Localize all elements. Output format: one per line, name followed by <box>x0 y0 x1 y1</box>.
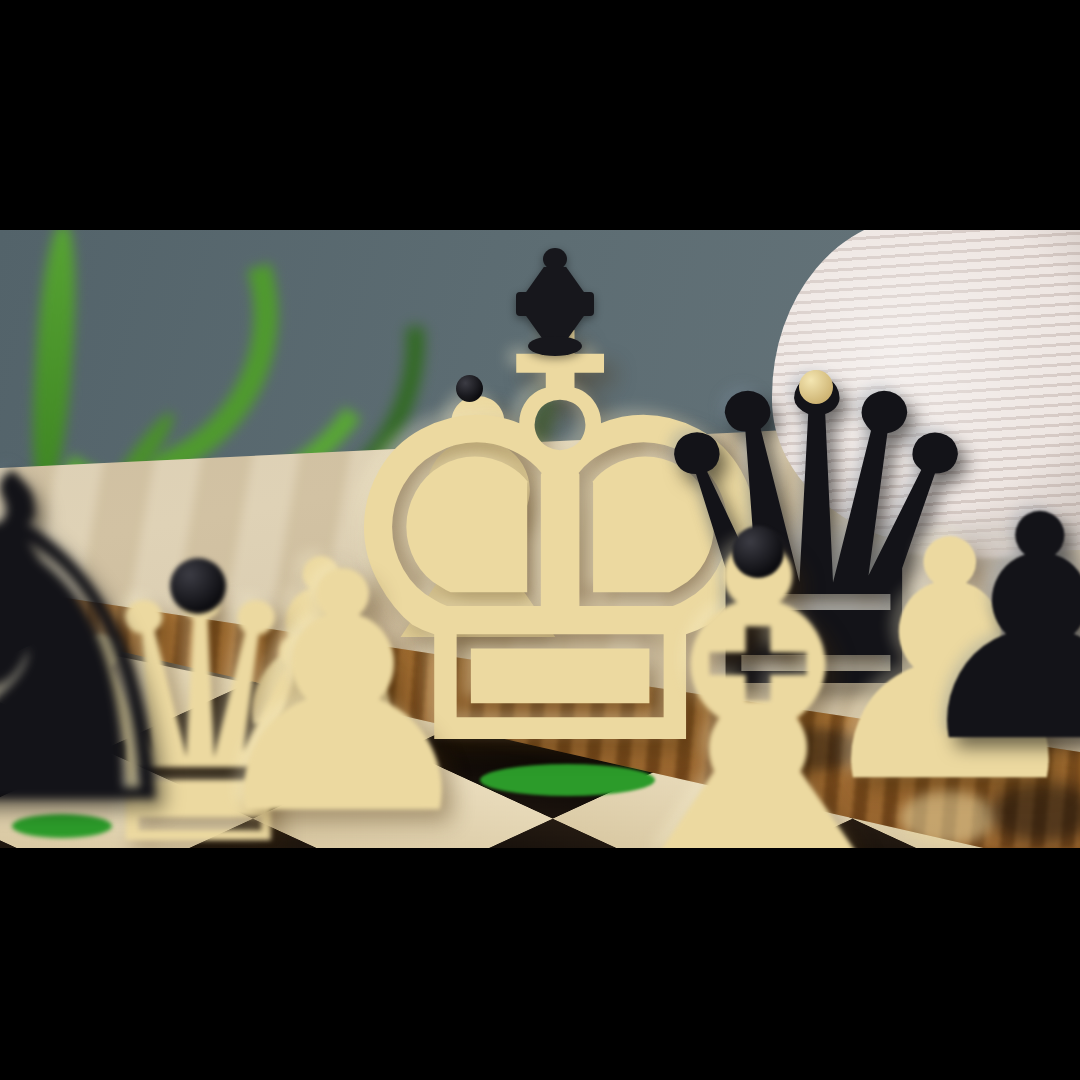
letterbox-top <box>0 0 1080 230</box>
piece-glyph: ♟ <box>195 503 491 848</box>
black-queen-finial-ball <box>799 370 833 404</box>
letterbox-bottom <box>0 848 1080 1080</box>
white-pawn-front: ♟ <box>195 530 475 848</box>
finial-flare <box>524 267 586 295</box>
finial-ball <box>543 248 567 270</box>
photo-frame: ♝ ♚ ♛ ♟ ♟ ♟ ♝ ♛ ♟ ♞ <box>0 230 1080 848</box>
finial-cross-arms <box>516 292 594 316</box>
screenshot: ♝ ♚ ♛ ♟ ♟ ♟ ♝ ♛ ♟ ♞ <box>0 0 1080 1080</box>
white-king-finial-cross <box>516 248 594 362</box>
white-bishop-front-finial-ball <box>732 526 784 578</box>
piece-glyph: ♝ <box>565 457 951 848</box>
black-knight: ♞ <box>0 418 225 848</box>
finial-bead <box>528 336 582 356</box>
piece-glyph: ♞ <box>0 381 228 848</box>
